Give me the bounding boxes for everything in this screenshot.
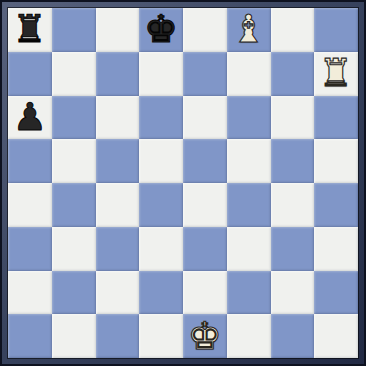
square-g2[interactable]: [271, 271, 315, 315]
square-b1[interactable]: [52, 314, 96, 358]
square-e6[interactable]: [183, 96, 227, 140]
chess-board: ♜♚♝♜♟♚: [8, 8, 358, 358]
square-e4[interactable]: [183, 183, 227, 227]
square-h2[interactable]: [314, 271, 358, 315]
square-a7[interactable]: [8, 52, 52, 96]
square-c7[interactable]: [96, 52, 140, 96]
square-d8[interactable]: ♚: [139, 8, 183, 52]
square-f5[interactable]: [227, 139, 271, 183]
square-d2[interactable]: [139, 271, 183, 315]
square-a4[interactable]: [8, 183, 52, 227]
piece-black-king[interactable]: ♚: [139, 8, 183, 52]
square-d7[interactable]: [139, 52, 183, 96]
piece-white-king[interactable]: ♚: [183, 314, 227, 358]
square-c1[interactable]: [96, 314, 140, 358]
piece-black-rook[interactable]: ♜: [8, 8, 52, 52]
square-d1[interactable]: [139, 314, 183, 358]
square-h4[interactable]: [314, 183, 358, 227]
square-e5[interactable]: [183, 139, 227, 183]
square-a3[interactable]: [8, 227, 52, 271]
square-e8[interactable]: [183, 8, 227, 52]
square-c6[interactable]: [96, 96, 140, 140]
square-h6[interactable]: [314, 96, 358, 140]
square-c5[interactable]: [96, 139, 140, 183]
square-c3[interactable]: [96, 227, 140, 271]
piece-white-rook[interactable]: ♜: [314, 52, 358, 96]
square-b3[interactable]: [52, 227, 96, 271]
square-f3[interactable]: [227, 227, 271, 271]
square-g4[interactable]: [271, 183, 315, 227]
square-g7[interactable]: [271, 52, 315, 96]
square-e7[interactable]: [183, 52, 227, 96]
square-h8[interactable]: [314, 8, 358, 52]
square-g6[interactable]: [271, 96, 315, 140]
square-g8[interactable]: [271, 8, 315, 52]
square-b2[interactable]: [52, 271, 96, 315]
square-c2[interactable]: [96, 271, 140, 315]
square-g5[interactable]: [271, 139, 315, 183]
square-g3[interactable]: [271, 227, 315, 271]
square-a8[interactable]: ♜: [8, 8, 52, 52]
square-g1[interactable]: [271, 314, 315, 358]
square-f7[interactable]: [227, 52, 271, 96]
square-c4[interactable]: [96, 183, 140, 227]
square-a2[interactable]: [8, 271, 52, 315]
square-h5[interactable]: [314, 139, 358, 183]
square-a6[interactable]: ♟: [8, 96, 52, 140]
square-h3[interactable]: [314, 227, 358, 271]
square-d4[interactable]: [139, 183, 183, 227]
square-e1[interactable]: ♚: [183, 314, 227, 358]
square-b8[interactable]: [52, 8, 96, 52]
square-d5[interactable]: [139, 139, 183, 183]
piece-white-bishop[interactable]: ♝: [227, 8, 271, 52]
piece-black-pawn[interactable]: ♟: [8, 96, 52, 140]
square-b5[interactable]: [52, 139, 96, 183]
square-c8[interactable]: [96, 8, 140, 52]
square-h7[interactable]: ♜: [314, 52, 358, 96]
square-a5[interactable]: [8, 139, 52, 183]
square-f6[interactable]: [227, 96, 271, 140]
square-e3[interactable]: [183, 227, 227, 271]
square-d6[interactable]: [139, 96, 183, 140]
square-a1[interactable]: [8, 314, 52, 358]
square-f1[interactable]: [227, 314, 271, 358]
square-d3[interactable]: [139, 227, 183, 271]
square-e2[interactable]: [183, 271, 227, 315]
chess-board-frame: ♜♚♝♜♟♚: [0, 0, 366, 366]
square-b6[interactable]: [52, 96, 96, 140]
square-b7[interactable]: [52, 52, 96, 96]
square-f2[interactable]: [227, 271, 271, 315]
square-h1[interactable]: [314, 314, 358, 358]
square-f4[interactable]: [227, 183, 271, 227]
square-b4[interactable]: [52, 183, 96, 227]
square-f8[interactable]: ♝: [227, 8, 271, 52]
